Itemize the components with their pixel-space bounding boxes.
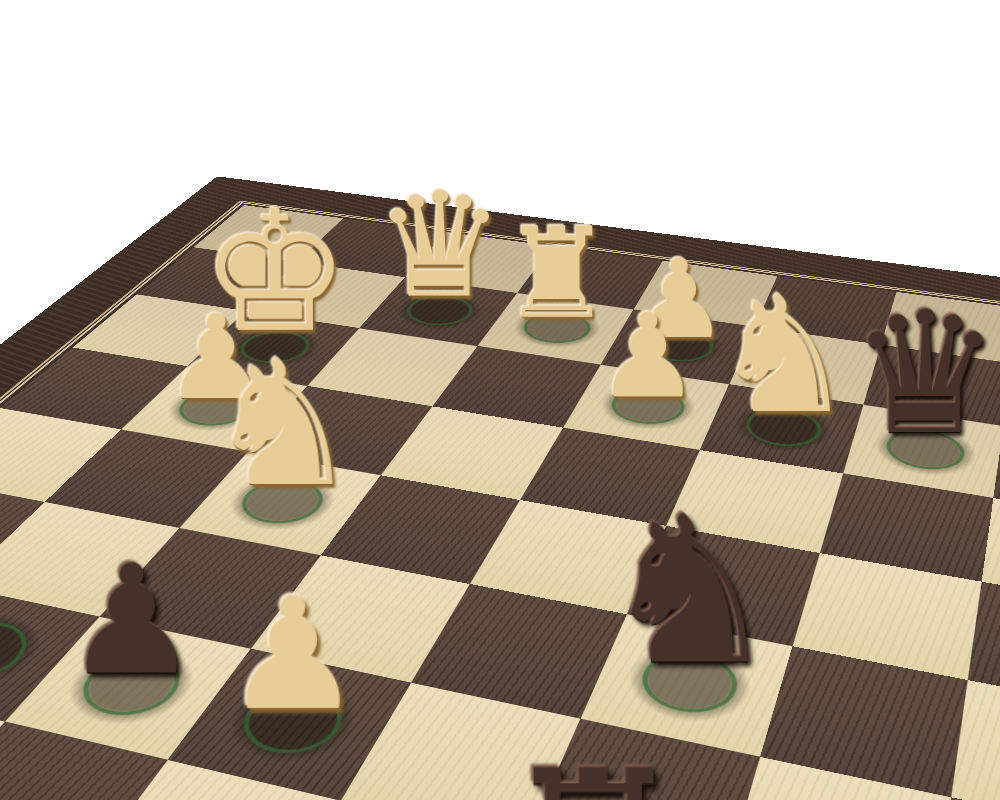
white-pawn: ♟: [0, 515, 45, 661]
chess-board: ♛♜♟♞♚♟♞♛♟♟♞♞♟♟♟♜: [0, 205, 1000, 800]
white-knight: ♞: [205, 337, 361, 511]
square-h3: [951, 680, 1000, 800]
board-photo-scene: ♛♜♟♞♚♟♞♛♟♟♞♞♟♟♟♜: [0, 176, 1000, 800]
board-frame: ♛♜♟♞♚♟♞♛♟♟♞♞♟♟♟♜: [0, 176, 1000, 800]
black-pawn: ♟: [64, 545, 199, 696]
square-g4: [793, 553, 982, 680]
black-rook: ♜: [498, 742, 690, 800]
black-knight: ♞: [598, 489, 781, 693]
white-pawn: ♟: [224, 577, 363, 732]
square-d2: ♟: [168, 649, 411, 800]
square-g6: ♛: [843, 405, 1000, 498]
square-f6: ♞: [700, 384, 863, 473]
